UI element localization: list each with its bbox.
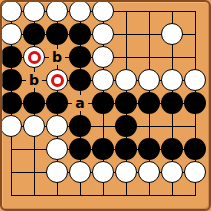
point-label-a[interactable]: a <box>72 95 88 111</box>
stone-black <box>69 46 91 68</box>
stone-black <box>46 92 68 114</box>
point-label-b[interactable]: b <box>26 72 42 88</box>
stone-black <box>69 138 91 160</box>
stone-white <box>0 0 22 22</box>
stone-white <box>184 69 206 91</box>
stone-black <box>92 92 114 114</box>
stone-white <box>92 69 114 91</box>
stone-white <box>92 161 114 183</box>
stone-white <box>138 161 160 183</box>
stone-white <box>92 0 114 22</box>
stone-black <box>0 69 22 91</box>
stone-black <box>161 92 183 114</box>
stone-white <box>69 161 91 183</box>
board-layer: bba <box>0 0 211 211</box>
stone-white <box>92 23 114 45</box>
stone-white <box>115 161 137 183</box>
stone-white <box>23 115 45 137</box>
stone-black <box>92 138 114 160</box>
stone-black <box>69 23 91 45</box>
go-board[interactable]: bba <box>0 0 211 211</box>
stone-black <box>115 92 137 114</box>
stone-white <box>0 23 22 45</box>
stone-black <box>0 92 22 114</box>
stone-black <box>184 92 206 114</box>
circle-marker-icon <box>28 51 41 64</box>
stone-black <box>69 69 91 91</box>
stone-black <box>46 23 68 45</box>
stone-black <box>23 23 45 45</box>
stone-white <box>0 115 22 137</box>
stone-white <box>46 0 68 22</box>
stone-black <box>23 92 45 114</box>
stone-white <box>161 69 183 91</box>
stone-black <box>138 138 160 160</box>
circle-marker-icon <box>51 74 64 87</box>
stone-black <box>115 115 137 137</box>
stone-white <box>46 138 68 160</box>
stone-white <box>184 161 206 183</box>
point-label-b[interactable]: b <box>49 49 65 65</box>
stone-black <box>138 92 160 114</box>
stone-black <box>184 138 206 160</box>
stone-black <box>69 115 91 137</box>
stone-white <box>23 0 45 22</box>
stone-white <box>46 115 68 137</box>
stone-white <box>69 0 91 22</box>
stone-white <box>161 161 183 183</box>
stone-white <box>92 46 114 68</box>
grid-line-h <box>11 195 196 196</box>
stone-white <box>115 69 137 91</box>
stone-white <box>46 161 68 183</box>
stone-black <box>161 138 183 160</box>
stone-black <box>115 138 137 160</box>
stone-black <box>0 46 22 68</box>
stone-white <box>138 69 160 91</box>
stone-white <box>161 23 183 45</box>
